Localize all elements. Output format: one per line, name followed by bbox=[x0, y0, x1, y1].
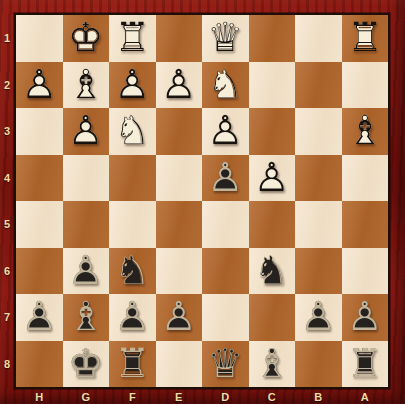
piece-black-pawn[interactable]: ♟♙ bbox=[342, 294, 389, 341]
rank-labels: 12345678 bbox=[0, 15, 14, 387]
piece-white-pawn[interactable]: ♟♙ bbox=[109, 62, 156, 109]
square-a6[interactable] bbox=[342, 248, 389, 295]
piece-glyph-outline: ♕ bbox=[207, 17, 243, 57]
square-e8[interactable] bbox=[156, 341, 203, 388]
piece-glyph-outline: ♖ bbox=[347, 343, 383, 383]
square-a8[interactable]: ♜♖ bbox=[342, 341, 389, 388]
rank-label-5: 5 bbox=[0, 218, 14, 230]
square-a5[interactable] bbox=[342, 201, 389, 248]
piece-black-bishop[interactable]: ♝♗ bbox=[63, 294, 110, 341]
file-label-e: E bbox=[156, 391, 203, 403]
square-c3[interactable] bbox=[249, 108, 296, 155]
square-a3[interactable]: ♝♗ bbox=[342, 108, 389, 155]
piece-glyph-outline: ♕ bbox=[207, 343, 243, 383]
square-c6[interactable]: ♞♘ bbox=[249, 248, 296, 295]
piece-glyph-outline: ♙ bbox=[347, 296, 383, 336]
piece-glyph-outline: ♙ bbox=[21, 296, 57, 336]
piece-glyph-outline: ♔ bbox=[68, 343, 104, 383]
file-label-h: H bbox=[16, 391, 63, 403]
square-g2[interactable]: ♝♗ bbox=[63, 62, 110, 109]
square-b1[interactable] bbox=[295, 15, 342, 62]
piece-glyph-outline: ♗ bbox=[254, 343, 290, 383]
piece-black-bishop[interactable]: ♝♗ bbox=[249, 341, 296, 388]
square-g7[interactable]: ♝♗ bbox=[63, 294, 110, 341]
piece-glyph-outline: ♙ bbox=[161, 296, 197, 336]
square-a7[interactable]: ♟♙ bbox=[342, 294, 389, 341]
square-h5[interactable] bbox=[16, 201, 63, 248]
square-h4[interactable] bbox=[16, 155, 63, 202]
square-f2[interactable]: ♟♙ bbox=[109, 62, 156, 109]
piece-glyph-outline: ♙ bbox=[207, 157, 243, 197]
square-a1[interactable]: ♜♖ bbox=[342, 15, 389, 62]
square-f7[interactable]: ♟♙ bbox=[109, 294, 156, 341]
piece-white-knight[interactable]: ♞♘ bbox=[109, 108, 156, 155]
piece-white-king[interactable]: ♚♔ bbox=[63, 15, 110, 62]
piece-white-pawn[interactable]: ♟♙ bbox=[156, 62, 203, 109]
file-label-d: D bbox=[202, 391, 249, 403]
piece-glyph-outline: ♙ bbox=[114, 64, 150, 104]
piece-black-pawn[interactable]: ♟♙ bbox=[16, 294, 63, 341]
piece-white-knight[interactable]: ♞♘ bbox=[202, 62, 249, 109]
square-c8[interactable]: ♝♗ bbox=[249, 341, 296, 388]
file-label-b: B bbox=[295, 391, 342, 403]
piece-white-rook[interactable]: ♜♖ bbox=[342, 15, 389, 62]
file-label-c: C bbox=[249, 391, 296, 403]
piece-glyph-outline: ♙ bbox=[68, 250, 104, 290]
square-e2[interactable]: ♟♙ bbox=[156, 62, 203, 109]
piece-white-pawn[interactable]: ♟♙ bbox=[16, 62, 63, 109]
piece-glyph-outline: ♘ bbox=[207, 64, 243, 104]
square-h3[interactable] bbox=[16, 108, 63, 155]
square-d5[interactable] bbox=[202, 201, 249, 248]
square-f4[interactable] bbox=[109, 155, 156, 202]
square-f3[interactable]: ♞♘ bbox=[109, 108, 156, 155]
square-e6[interactable] bbox=[156, 248, 203, 295]
square-c1[interactable] bbox=[249, 15, 296, 62]
square-h8[interactable] bbox=[16, 341, 63, 388]
square-b2[interactable] bbox=[295, 62, 342, 109]
square-g1[interactable]: ♚♔ bbox=[63, 15, 110, 62]
piece-white-pawn[interactable]: ♟♙ bbox=[202, 108, 249, 155]
square-e7[interactable]: ♟♙ bbox=[156, 294, 203, 341]
rank-label-8: 8 bbox=[0, 358, 14, 370]
board: ♚♔♜♖♛♕♜♖♟♙♝♗♟♙♟♙♞♘♟♙♞♘♟♙♝♗♟♙♟♙♟♙♞♘♞♘♟♙♝♗… bbox=[14, 13, 390, 389]
chessboard-window: ♚♔♜♖♛♕♜♖♟♙♝♗♟♙♟♙♞♘♟♙♞♘♟♙♝♗♟♙♟♙♟♙♞♘♞♘♟♙♝♗… bbox=[0, 0, 405, 404]
piece-black-rook[interactable]: ♜♖ bbox=[342, 341, 389, 388]
square-e5[interactable] bbox=[156, 201, 203, 248]
file-label-a: A bbox=[342, 391, 389, 403]
square-e1[interactable] bbox=[156, 15, 203, 62]
piece-white-bishop[interactable]: ♝♗ bbox=[342, 108, 389, 155]
piece-glyph-outline: ♗ bbox=[68, 64, 104, 104]
square-g5[interactable] bbox=[63, 201, 110, 248]
square-g8[interactable]: ♚♔ bbox=[63, 341, 110, 388]
square-h6[interactable] bbox=[16, 248, 63, 295]
square-b8[interactable] bbox=[295, 341, 342, 388]
square-a4[interactable] bbox=[342, 155, 389, 202]
square-e3[interactable] bbox=[156, 108, 203, 155]
piece-black-pawn[interactable]: ♟♙ bbox=[156, 294, 203, 341]
square-g6[interactable]: ♟♙ bbox=[63, 248, 110, 295]
piece-white-bishop[interactable]: ♝♗ bbox=[63, 62, 110, 109]
square-f1[interactable]: ♜♖ bbox=[109, 15, 156, 62]
square-c4[interactable]: ♟♙ bbox=[249, 155, 296, 202]
piece-black-pawn[interactable]: ♟♙ bbox=[63, 248, 110, 295]
piece-glyph-outline: ♙ bbox=[161, 64, 197, 104]
square-b7[interactable]: ♟♙ bbox=[295, 294, 342, 341]
piece-white-rook[interactable]: ♜♖ bbox=[109, 15, 156, 62]
rank-label-3: 3 bbox=[0, 125, 14, 137]
piece-glyph-outline: ♙ bbox=[300, 296, 336, 336]
square-g4[interactable] bbox=[63, 155, 110, 202]
piece-glyph-outline: ♖ bbox=[114, 343, 150, 383]
square-c7[interactable] bbox=[249, 294, 296, 341]
square-d1[interactable]: ♛♕ bbox=[202, 15, 249, 62]
square-e4[interactable] bbox=[156, 155, 203, 202]
rank-label-4: 4 bbox=[0, 172, 14, 184]
piece-black-queen[interactable]: ♛♕ bbox=[202, 341, 249, 388]
square-c5[interactable] bbox=[249, 201, 296, 248]
square-b5[interactable] bbox=[295, 201, 342, 248]
piece-white-pawn[interactable]: ♟♙ bbox=[63, 108, 110, 155]
square-d6[interactable] bbox=[202, 248, 249, 295]
piece-black-pawn[interactable]: ♟♙ bbox=[295, 294, 342, 341]
piece-glyph-outline: ♗ bbox=[347, 110, 383, 150]
piece-glyph-outline: ♖ bbox=[114, 17, 150, 57]
piece-glyph-outline: ♙ bbox=[207, 110, 243, 150]
piece-white-queen[interactable]: ♛♕ bbox=[202, 15, 249, 62]
piece-glyph-outline: ♖ bbox=[347, 17, 383, 57]
file-label-f: F bbox=[109, 391, 156, 403]
piece-black-knight[interactable]: ♞♘ bbox=[109, 248, 156, 295]
square-h7[interactable]: ♟♙ bbox=[16, 294, 63, 341]
square-f8[interactable]: ♜♖ bbox=[109, 341, 156, 388]
square-b3[interactable] bbox=[295, 108, 342, 155]
piece-black-pawn[interactable]: ♟♙ bbox=[202, 155, 249, 202]
piece-glyph-outline: ♘ bbox=[114, 250, 150, 290]
rank-label-6: 6 bbox=[0, 265, 14, 277]
piece-white-pawn[interactable]: ♟♙ bbox=[249, 155, 296, 202]
piece-glyph-outline: ♙ bbox=[254, 157, 290, 197]
square-b6[interactable] bbox=[295, 248, 342, 295]
piece-black-king[interactable]: ♚♔ bbox=[63, 341, 110, 388]
piece-glyph-outline: ♗ bbox=[68, 296, 104, 336]
square-d2[interactable]: ♞♘ bbox=[202, 62, 249, 109]
square-d4[interactable]: ♟♙ bbox=[202, 155, 249, 202]
piece-glyph-outline: ♘ bbox=[114, 110, 150, 150]
piece-black-pawn[interactable]: ♟♙ bbox=[109, 294, 156, 341]
square-f5[interactable] bbox=[109, 201, 156, 248]
piece-glyph-outline: ♙ bbox=[21, 64, 57, 104]
square-h2[interactable]: ♟♙ bbox=[16, 62, 63, 109]
piece-glyph-outline: ♙ bbox=[114, 296, 150, 336]
square-a2[interactable] bbox=[342, 62, 389, 109]
rank-label-2: 2 bbox=[0, 79, 14, 91]
rank-label-1: 1 bbox=[0, 32, 14, 44]
square-d3[interactable]: ♟♙ bbox=[202, 108, 249, 155]
file-label-g: G bbox=[63, 391, 110, 403]
square-b4[interactable] bbox=[295, 155, 342, 202]
piece-glyph-outline: ♙ bbox=[68, 110, 104, 150]
piece-black-knight[interactable]: ♞♘ bbox=[249, 248, 296, 295]
rank-label-7: 7 bbox=[0, 311, 14, 323]
square-d8[interactable]: ♛♕ bbox=[202, 341, 249, 388]
piece-glyph-outline: ♘ bbox=[254, 250, 290, 290]
piece-glyph-outline: ♔ bbox=[68, 17, 104, 57]
square-h1[interactable] bbox=[16, 15, 63, 62]
piece-black-rook[interactable]: ♜♖ bbox=[109, 341, 156, 388]
file-labels: HGFEDCBA bbox=[16, 390, 388, 404]
square-d7[interactable] bbox=[202, 294, 249, 341]
square-c2[interactable] bbox=[249, 62, 296, 109]
square-f6[interactable]: ♞♘ bbox=[109, 248, 156, 295]
square-g3[interactable]: ♟♙ bbox=[63, 108, 110, 155]
